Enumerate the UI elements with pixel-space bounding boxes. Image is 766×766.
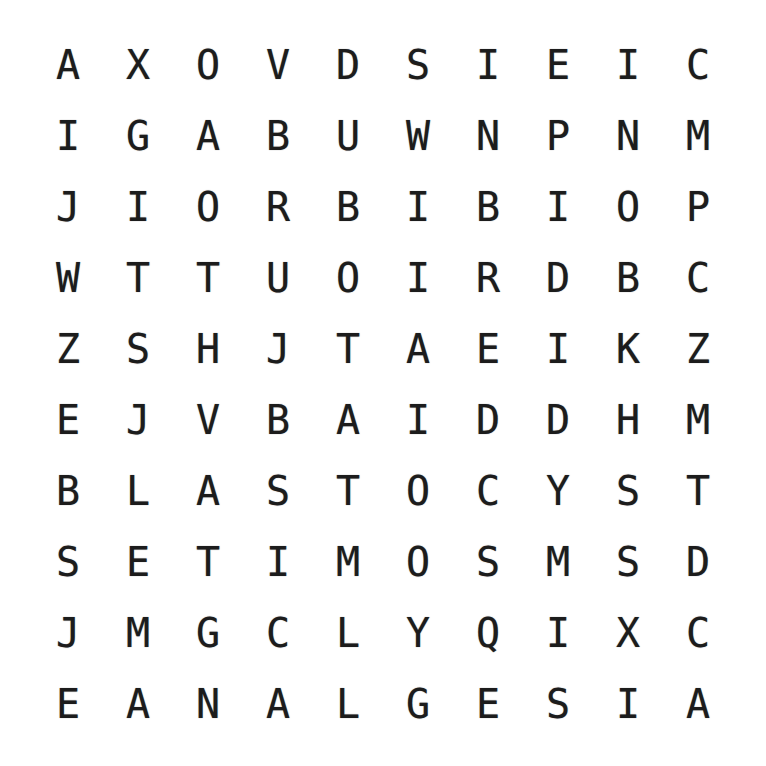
- grid-cell-r5c6[interactable]: A: [383, 313, 453, 384]
- grid-cell-r6c6[interactable]: I: [383, 384, 453, 455]
- grid-cell-r4c1[interactable]: W: [33, 242, 103, 313]
- grid-cell-r4c3[interactable]: T: [173, 242, 243, 313]
- grid-cell-r9c5[interactable]: L: [313, 597, 383, 668]
- grid-cell-r10c6[interactable]: G: [383, 668, 453, 739]
- grid-cell-r2c2[interactable]: G: [103, 100, 173, 171]
- grid-cell-r4c8[interactable]: D: [523, 242, 593, 313]
- grid-cell-r6c9[interactable]: H: [593, 384, 663, 455]
- grid-cell-r4c6[interactable]: I: [383, 242, 453, 313]
- grid-cell-r10c4[interactable]: A: [243, 668, 313, 739]
- grid-cell-r10c10[interactable]: A: [663, 668, 733, 739]
- grid-cell-r8c10[interactable]: D: [663, 526, 733, 597]
- grid-cell-r9c3[interactable]: G: [173, 597, 243, 668]
- grid-cell-r7c9[interactable]: S: [593, 455, 663, 526]
- grid-cell-r3c7[interactable]: B: [453, 171, 523, 242]
- grid-cell-r2c6[interactable]: W: [383, 100, 453, 171]
- grid-cell-r6c5[interactable]: A: [313, 384, 383, 455]
- grid-cell-r9c2[interactable]: M: [103, 597, 173, 668]
- grid-cell-r3c3[interactable]: O: [173, 171, 243, 242]
- grid-cell-r8c9[interactable]: S: [593, 526, 663, 597]
- grid-cell-r5c2[interactable]: S: [103, 313, 173, 384]
- grid-cell-r7c10[interactable]: T: [663, 455, 733, 526]
- grid-cell-r3c9[interactable]: O: [593, 171, 663, 242]
- grid-cell-r6c3[interactable]: V: [173, 384, 243, 455]
- grid-cell-r10c8[interactable]: S: [523, 668, 593, 739]
- grid-cell-r4c10[interactable]: C: [663, 242, 733, 313]
- grid-cell-r4c9[interactable]: B: [593, 242, 663, 313]
- grid-cell-r3c8[interactable]: I: [523, 171, 593, 242]
- grid-cell-r10c3[interactable]: N: [173, 668, 243, 739]
- grid-cell-r4c7[interactable]: R: [453, 242, 523, 313]
- grid-cell-r9c7[interactable]: Q: [453, 597, 523, 668]
- grid-cell-r6c10[interactable]: M: [663, 384, 733, 455]
- grid-cell-r7c3[interactable]: A: [173, 455, 243, 526]
- grid-cell-r8c2[interactable]: E: [103, 526, 173, 597]
- grid-cell-r6c2[interactable]: J: [103, 384, 173, 455]
- grid-cell-r2c1[interactable]: I: [33, 100, 103, 171]
- grid-cell-r1c1[interactable]: A: [33, 29, 103, 100]
- grid-cell-r5c9[interactable]: K: [593, 313, 663, 384]
- grid-cell-r3c4[interactable]: R: [243, 171, 313, 242]
- grid-cell-r8c8[interactable]: M: [523, 526, 593, 597]
- grid-cell-r3c10[interactable]: P: [663, 171, 733, 242]
- grid-cell-r7c5[interactable]: T: [313, 455, 383, 526]
- grid-cell-r2c5[interactable]: U: [313, 100, 383, 171]
- grid-cell-r4c4[interactable]: U: [243, 242, 313, 313]
- grid-cell-r2c7[interactable]: N: [453, 100, 523, 171]
- word-search-grid: AXOVDSIEICIGABUWNPNMJIORBIBIOPWTTUOIRDBC…: [33, 29, 733, 739]
- grid-cell-r9c8[interactable]: I: [523, 597, 593, 668]
- grid-cell-r6c7[interactable]: D: [453, 384, 523, 455]
- grid-cell-r8c7[interactable]: S: [453, 526, 523, 597]
- grid-cell-r9c4[interactable]: C: [243, 597, 313, 668]
- grid-cell-r6c4[interactable]: B: [243, 384, 313, 455]
- grid-cell-r7c1[interactable]: B: [33, 455, 103, 526]
- grid-cell-r5c4[interactable]: J: [243, 313, 313, 384]
- grid-cell-r3c5[interactable]: B: [313, 171, 383, 242]
- grid-cell-r9c10[interactable]: C: [663, 597, 733, 668]
- grid-cell-r10c5[interactable]: L: [313, 668, 383, 739]
- grid-cell-r5c3[interactable]: H: [173, 313, 243, 384]
- grid-cell-r10c7[interactable]: E: [453, 668, 523, 739]
- grid-cell-r2c9[interactable]: N: [593, 100, 663, 171]
- grid-cell-r5c5[interactable]: T: [313, 313, 383, 384]
- grid-cell-r1c7[interactable]: I: [453, 29, 523, 100]
- grid-cell-r10c9[interactable]: I: [593, 668, 663, 739]
- grid-cell-r8c5[interactable]: M: [313, 526, 383, 597]
- grid-cell-r6c8[interactable]: D: [523, 384, 593, 455]
- grid-cell-r1c6[interactable]: S: [383, 29, 453, 100]
- grid-cell-r2c8[interactable]: P: [523, 100, 593, 171]
- grid-cell-r7c4[interactable]: S: [243, 455, 313, 526]
- grid-cell-r2c10[interactable]: M: [663, 100, 733, 171]
- word-search-page: AXOVDSIEICIGABUWNPNMJIORBIBIOPWTTUOIRDBC…: [0, 0, 766, 766]
- grid-cell-r5c10[interactable]: Z: [663, 313, 733, 384]
- grid-cell-r5c1[interactable]: Z: [33, 313, 103, 384]
- grid-cell-r3c6[interactable]: I: [383, 171, 453, 242]
- grid-cell-r4c2[interactable]: T: [103, 242, 173, 313]
- grid-cell-r7c7[interactable]: C: [453, 455, 523, 526]
- grid-cell-r6c1[interactable]: E: [33, 384, 103, 455]
- grid-cell-r8c1[interactable]: S: [33, 526, 103, 597]
- grid-cell-r1c5[interactable]: D: [313, 29, 383, 100]
- grid-cell-r7c2[interactable]: L: [103, 455, 173, 526]
- grid-cell-r4c5[interactable]: O: [313, 242, 383, 313]
- grid-cell-r3c1[interactable]: J: [33, 171, 103, 242]
- grid-cell-r5c7[interactable]: E: [453, 313, 523, 384]
- grid-cell-r2c3[interactable]: A: [173, 100, 243, 171]
- grid-cell-r1c4[interactable]: V: [243, 29, 313, 100]
- grid-cell-r5c8[interactable]: I: [523, 313, 593, 384]
- grid-cell-r8c4[interactable]: I: [243, 526, 313, 597]
- grid-cell-r3c2[interactable]: I: [103, 171, 173, 242]
- grid-cell-r10c1[interactable]: E: [33, 668, 103, 739]
- grid-cell-r1c3[interactable]: O: [173, 29, 243, 100]
- grid-cell-r8c3[interactable]: T: [173, 526, 243, 597]
- grid-cell-r10c2[interactable]: A: [103, 668, 173, 739]
- grid-cell-r7c8[interactable]: Y: [523, 455, 593, 526]
- grid-cell-r1c8[interactable]: E: [523, 29, 593, 100]
- grid-cell-r7c6[interactable]: O: [383, 455, 453, 526]
- grid-cell-r9c6[interactable]: Y: [383, 597, 453, 668]
- grid-cell-r2c4[interactable]: B: [243, 100, 313, 171]
- grid-cell-r8c6[interactable]: O: [383, 526, 453, 597]
- grid-cell-r1c10[interactable]: C: [663, 29, 733, 100]
- grid-cell-r9c1[interactable]: J: [33, 597, 103, 668]
- grid-cell-r1c2[interactable]: X: [103, 29, 173, 100]
- grid-cell-r9c9[interactable]: X: [593, 597, 663, 668]
- grid-cell-r1c9[interactable]: I: [593, 29, 663, 100]
